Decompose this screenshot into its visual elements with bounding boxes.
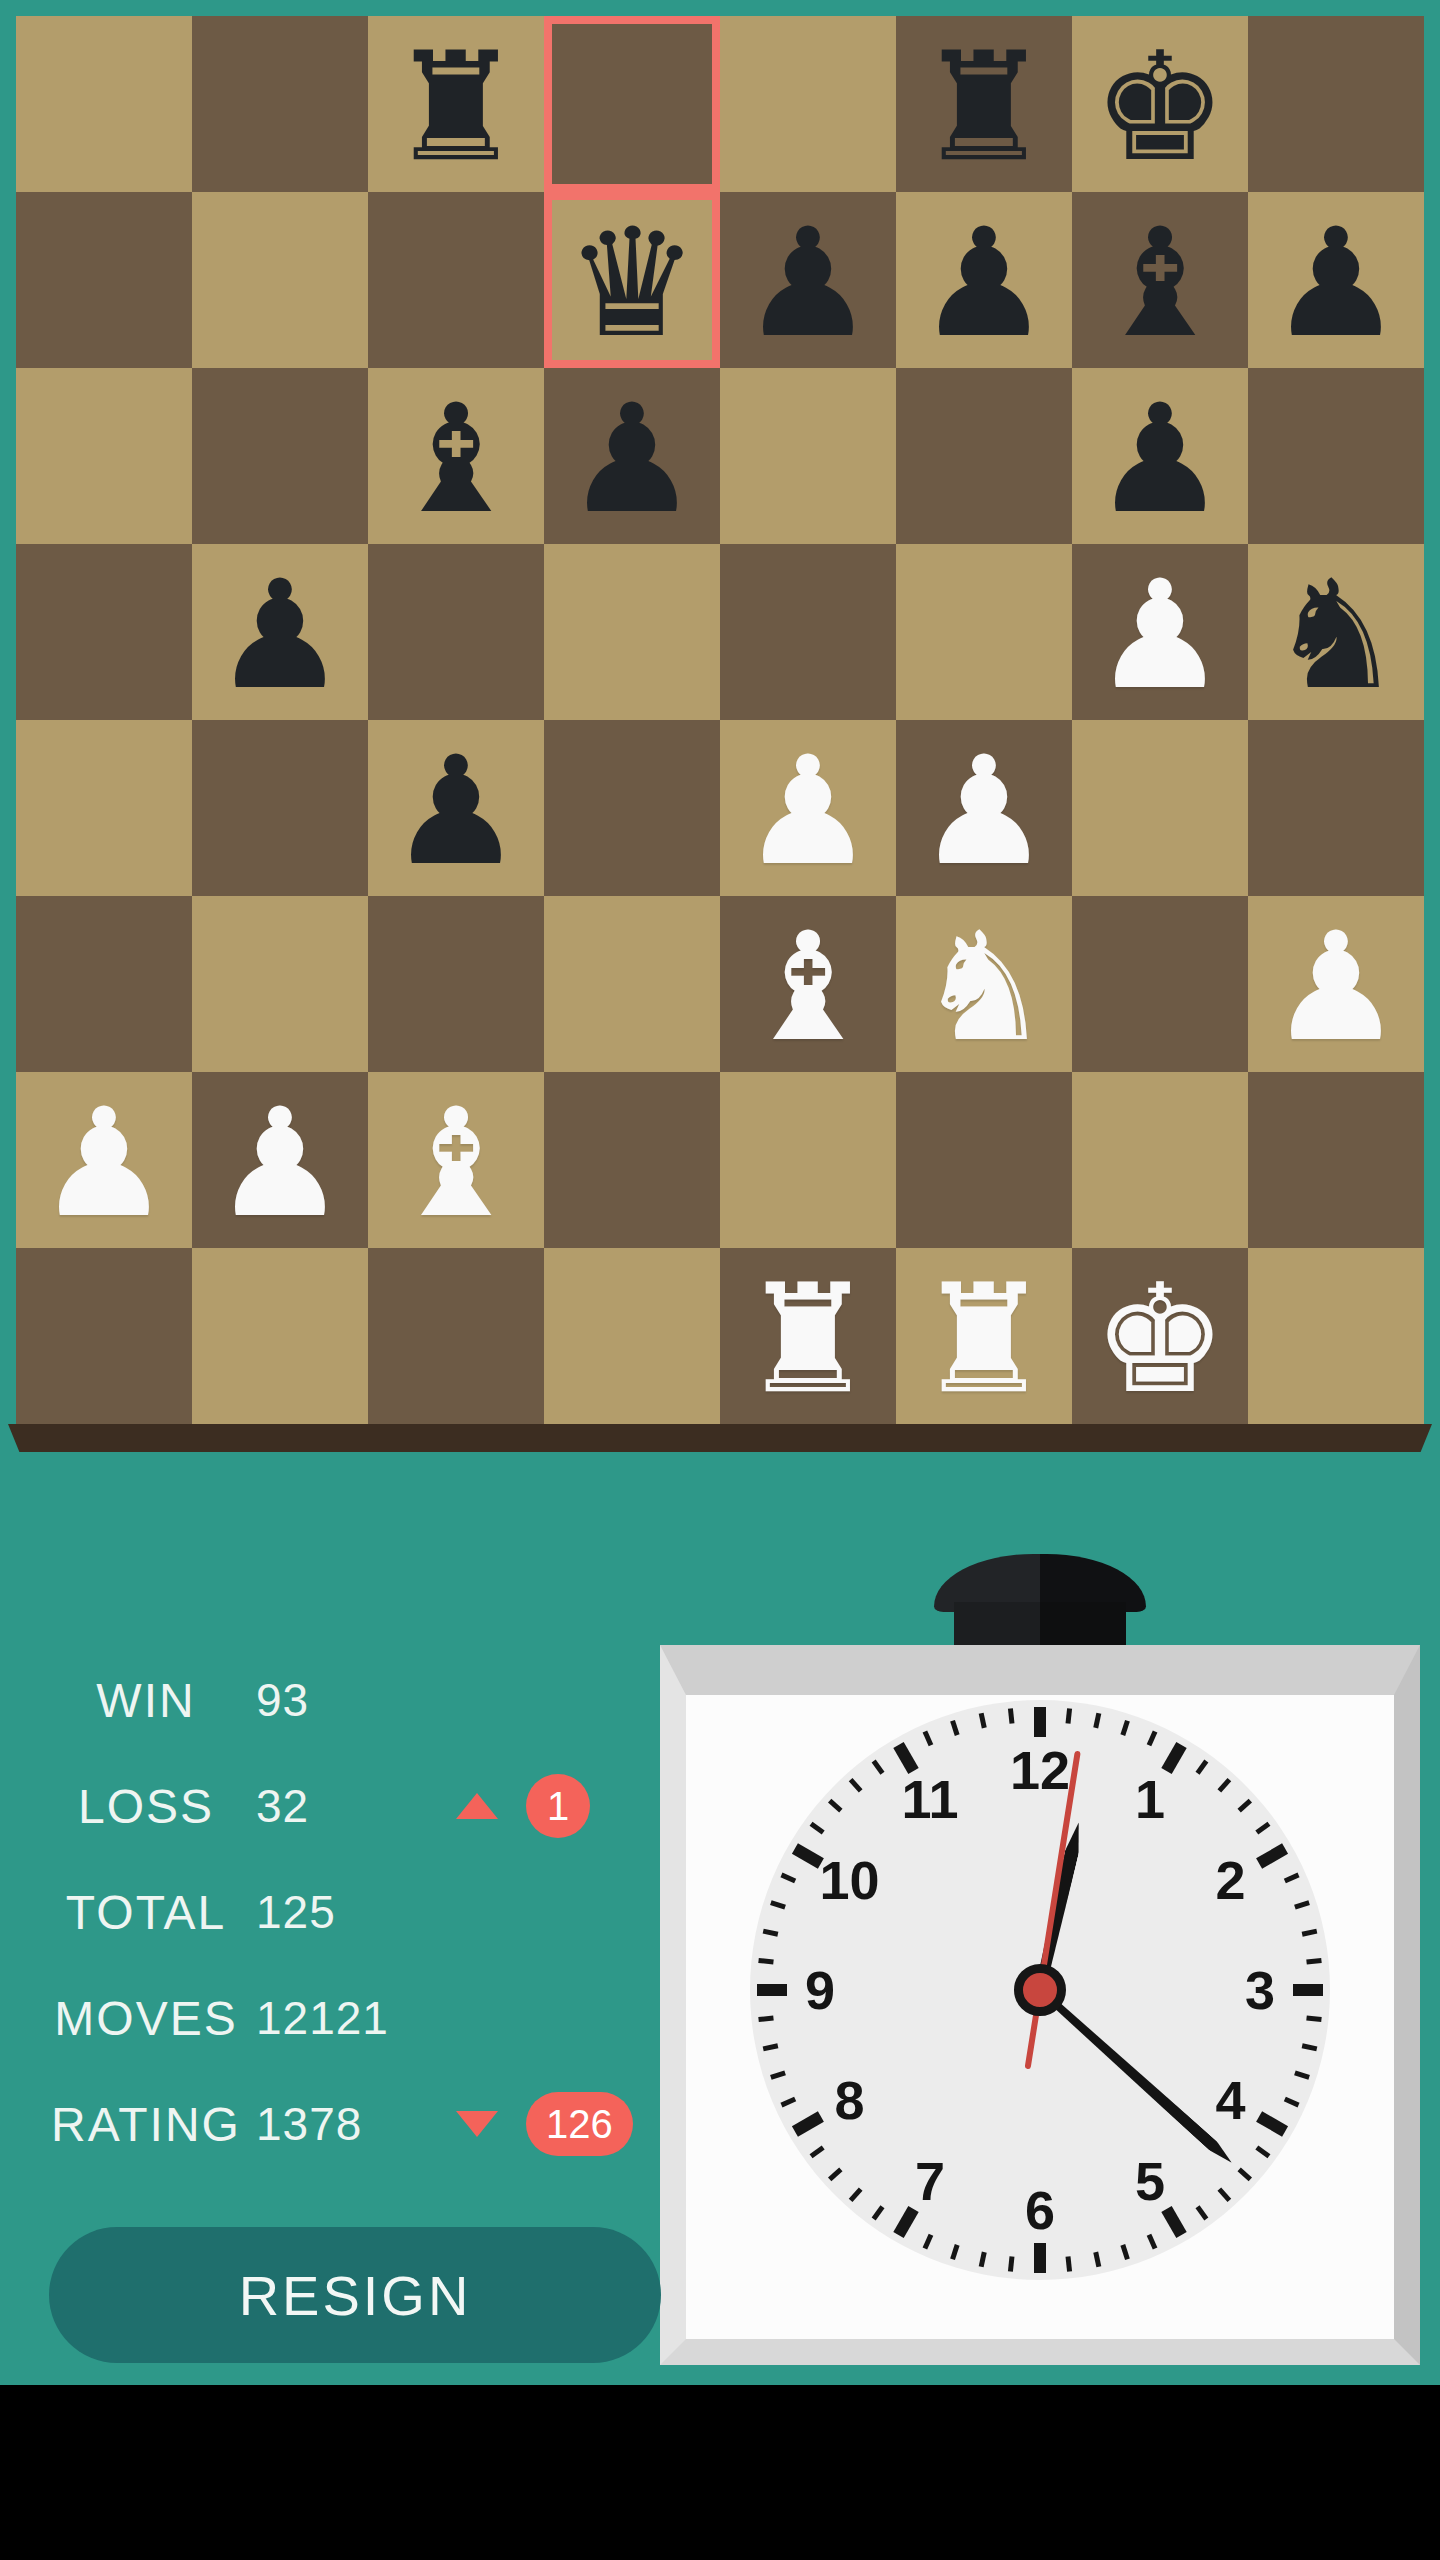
chess-clock: 121234567891011 (660, 1645, 1420, 2365)
trend-up-icon (456, 1793, 498, 1819)
minute-tick (1196, 2205, 1209, 2220)
piece-black-pawn: ♟ (720, 192, 896, 368)
piece-black-pawn: ♟ (544, 368, 720, 544)
square-h6[interactable] (1248, 368, 1424, 544)
chess-app: ♜♜♚♛♟♟♝♟♝♟♟♟♟♞♟♟♟♝♞♟♟♟♝♜♜♚ WIN93LOSS321T… (0, 0, 1440, 2560)
minute-tick (770, 1900, 786, 1909)
square-e5[interactable] (720, 544, 896, 720)
square-b4[interactable] (192, 720, 368, 896)
hour-tick (757, 1984, 787, 1996)
clock-numeral-6: 6 (1005, 2180, 1075, 2240)
minute-tick (780, 2097, 796, 2108)
square-b1[interactable] (192, 1248, 368, 1424)
square-g1[interactable]: ♚ (1072, 1248, 1248, 1424)
clock-button-stem (954, 1602, 1126, 1648)
minute-tick (923, 1730, 934, 1746)
trend-down-icon (456, 2111, 498, 2137)
minute-tick (1147, 2234, 1158, 2250)
piece-black-pawn: ♟ (368, 720, 544, 896)
square-h7[interactable]: ♟ (1248, 192, 1424, 368)
piece-white-bishop: ♝ (720, 896, 896, 1072)
minute-tick (828, 2167, 842, 2181)
stat-value: 93 (256, 1673, 446, 1727)
square-g5[interactable]: ♟ (1072, 544, 1248, 720)
minute-tick (1008, 2256, 1015, 2271)
hour-tick (1161, 2206, 1186, 2238)
piece-white-pawn: ♟ (16, 1072, 192, 1248)
piece-white-rook: ♜ (720, 1248, 896, 1424)
square-e4[interactable]: ♟ (720, 720, 896, 896)
piece-black-pawn: ♟ (896, 192, 1072, 368)
square-c2[interactable]: ♝ (368, 1072, 544, 1248)
hour-tick (1034, 1707, 1046, 1737)
minute-tick (1302, 1929, 1318, 1937)
piece-black-pawn: ♟ (1072, 368, 1248, 544)
minute-tick (758, 1958, 773, 1965)
square-f4[interactable]: ♟ (896, 720, 1072, 896)
minute-tick (1302, 2043, 1318, 2051)
stat-value: 1378 (256, 2097, 446, 2151)
square-a1[interactable] (16, 1248, 192, 1424)
square-h4[interactable] (1248, 720, 1424, 896)
piece-white-king: ♚ (1072, 1248, 1248, 1424)
square-f1[interactable]: ♜ (896, 1248, 1072, 1424)
minute-tick (979, 1713, 987, 1729)
minute-tick (979, 2252, 987, 2268)
minute-tick (1066, 1708, 1073, 1723)
stat-badge: 126 (526, 2092, 633, 2156)
square-a2[interactable]: ♟ (16, 1072, 192, 1248)
clock-numeral-2: 2 (1196, 1850, 1266, 1910)
square-f2[interactable] (896, 1072, 1072, 1248)
square-a7[interactable] (16, 192, 192, 368)
board-base-edge (8, 1424, 1432, 1452)
square-c5[interactable] (368, 544, 544, 720)
minute-tick (872, 2205, 885, 2220)
square-g7[interactable]: ♝ (1072, 192, 1248, 368)
square-c8[interactable]: ♜ (368, 16, 544, 192)
square-f3[interactable]: ♞ (896, 896, 1072, 1072)
square-c7[interactable] (368, 192, 544, 368)
stat-label: TOTAL (40, 1885, 252, 1940)
square-e2[interactable] (720, 1072, 896, 1248)
minute-tick (1120, 2244, 1129, 2260)
clock-face: 121234567891011 (750, 1700, 1330, 2280)
minute-tick (763, 2043, 779, 2051)
minute-tick (1008, 1708, 1015, 1723)
piece-white-pawn: ♟ (192, 1072, 368, 1248)
minute-tick (810, 2146, 825, 2159)
minute-tick (923, 2234, 934, 2250)
square-g8[interactable]: ♚ (1072, 16, 1248, 192)
minute-tick (1147, 1730, 1158, 1746)
square-b2[interactable]: ♟ (192, 1072, 368, 1248)
stat-badge: 1 (526, 1774, 590, 1838)
square-f7[interactable]: ♟ (896, 192, 1072, 368)
minute-tick (1284, 1873, 1300, 1884)
piece-white-bishop: ♝ (368, 1072, 544, 1248)
square-a8[interactable] (16, 16, 192, 192)
piece-black-knight: ♞ (1248, 544, 1424, 720)
square-f5[interactable] (896, 544, 1072, 720)
piece-black-king: ♚ (1072, 16, 1248, 192)
square-h3[interactable]: ♟ (1248, 896, 1424, 1072)
square-a5[interactable] (16, 544, 192, 720)
stat-row-loss: LOSS321 (40, 1753, 660, 1859)
minute-tick (763, 1929, 779, 1937)
minute-tick (849, 2187, 863, 2201)
piece-white-knight: ♞ (896, 896, 1072, 1072)
piece-white-rook: ♜ (896, 1248, 1072, 1424)
minute-tick (1237, 2167, 1251, 2181)
stat-label: WIN (40, 1673, 252, 1728)
piece-white-pawn: ♟ (1072, 544, 1248, 720)
minute-tick (828, 1799, 842, 1813)
square-h2[interactable] (1248, 1072, 1424, 1248)
stats-panel: WIN93LOSS321TOTAL125MOVES12121RATING1378… (40, 1647, 660, 2177)
clock-numeral-1: 1 (1115, 1769, 1185, 1829)
stat-value: 32 (256, 1779, 446, 1833)
clock-center-cap (1014, 1964, 1066, 2016)
minute-tick (1066, 2256, 1073, 2271)
clock-numeral-10: 10 (814, 1850, 884, 1910)
minute-tick (1294, 2070, 1310, 2079)
piece-black-bishop: ♝ (1072, 192, 1248, 368)
piece-black-pawn: ♟ (192, 544, 368, 720)
square-b6[interactable] (192, 368, 368, 544)
stat-row-moves: MOVES12121 (40, 1965, 660, 2071)
minute-tick (1217, 2187, 1231, 2201)
piece-black-bishop: ♝ (368, 368, 544, 544)
minute-tick (758, 2016, 773, 2023)
minute-tick (770, 2070, 786, 2079)
hour-tick (1293, 1984, 1323, 1996)
square-b5[interactable]: ♟ (192, 544, 368, 720)
square-d3[interactable] (544, 896, 720, 1072)
clock-numeral-8: 8 (814, 2070, 884, 2130)
square-f6[interactable] (896, 368, 1072, 544)
square-d8[interactable] (544, 16, 720, 192)
minute-tick (780, 1873, 796, 1884)
minute-tick (1294, 1900, 1310, 1909)
square-b7[interactable] (192, 192, 368, 368)
square-e8[interactable] (720, 16, 896, 192)
square-f8[interactable]: ♜ (896, 16, 1072, 192)
minute-tick (950, 2244, 959, 2260)
square-h5[interactable]: ♞ (1248, 544, 1424, 720)
square-d4[interactable] (544, 720, 720, 896)
square-d2[interactable] (544, 1072, 720, 1248)
square-g6[interactable]: ♟ (1072, 368, 1248, 544)
minute-tick (810, 1822, 825, 1835)
piece-white-pawn: ♟ (896, 720, 1072, 896)
stat-label: MOVES (40, 1991, 252, 2046)
square-a4[interactable] (16, 720, 192, 896)
minute-tick (1196, 1760, 1209, 1775)
square-a6[interactable] (16, 368, 192, 544)
minute-tick (1237, 1799, 1251, 1813)
bottom-bar (0, 2385, 1440, 2560)
minute-tick (1093, 2252, 1101, 2268)
square-d1[interactable] (544, 1248, 720, 1424)
square-c3[interactable] (368, 896, 544, 1072)
square-b3[interactable] (192, 896, 368, 1072)
minute-tick (1306, 1958, 1321, 1965)
square-d5[interactable] (544, 544, 720, 720)
minute-tick (1306, 2016, 1321, 2023)
minute-tick (872, 1760, 885, 1775)
clock-numeral-4: 4 (1196, 2070, 1266, 2130)
clock-numeral-7: 7 (895, 2151, 965, 2211)
piece-black-rook: ♜ (896, 16, 1072, 192)
minute-tick (1093, 1713, 1101, 1729)
minute-tick (1120, 1720, 1129, 1736)
chess-board: ♜♜♚♛♟♟♝♟♝♟♟♟♟♞♟♟♟♝♞♟♟♟♝♜♜♚ (16, 16, 1424, 1424)
stat-value: 12121 (256, 1991, 446, 2045)
square-g2[interactable] (1072, 1072, 1248, 1248)
resign-button[interactable]: RESIGN (49, 2227, 661, 2363)
piece-white-pawn: ♟ (1248, 896, 1424, 1072)
clock-numeral-3: 3 (1225, 1960, 1295, 2020)
square-h1[interactable] (1248, 1248, 1424, 1424)
minute-tick (1284, 2097, 1300, 2108)
minute-tick (950, 1720, 959, 1736)
minute-tick (1255, 1822, 1270, 1835)
stat-label: LOSS (40, 1779, 252, 1834)
clock-numeral-5: 5 (1115, 2151, 1185, 2211)
stat-row-win: WIN93 (40, 1647, 660, 1753)
square-e7[interactable]: ♟ (720, 192, 896, 368)
square-c6[interactable]: ♝ (368, 368, 544, 544)
square-g4[interactable] (1072, 720, 1248, 896)
clock-numeral-11: 11 (895, 1769, 965, 1829)
minute-tick (1255, 2146, 1270, 2159)
square-h8[interactable] (1248, 16, 1424, 192)
square-e1[interactable]: ♜ (720, 1248, 896, 1424)
clock-numeral-12: 12 (1005, 1740, 1075, 1800)
hour-tick (1034, 2243, 1046, 2273)
square-e6[interactable] (720, 368, 896, 544)
piece-black-pawn: ♟ (1248, 192, 1424, 368)
square-g3[interactable] (1072, 896, 1248, 1072)
stat-value: 125 (256, 1885, 446, 1939)
stat-label: RATING (40, 2097, 252, 2152)
square-d7[interactable]: ♛ (544, 192, 720, 368)
square-b8[interactable] (192, 16, 368, 192)
stat-row-total: TOTAL125 (40, 1859, 660, 1965)
clock-numeral-9: 9 (785, 1960, 855, 2020)
square-c1[interactable] (368, 1248, 544, 1424)
square-e3[interactable]: ♝ (720, 896, 896, 1072)
square-a3[interactable] (16, 896, 192, 1072)
stat-row-rating: RATING1378126 (40, 2071, 660, 2177)
minute-tick (849, 1778, 863, 1792)
piece-black-rook: ♜ (368, 16, 544, 192)
square-d6[interactable]: ♟ (544, 368, 720, 544)
piece-black-queen: ♛ (544, 192, 720, 368)
square-c4[interactable]: ♟ (368, 720, 544, 896)
minute-tick (1217, 1778, 1231, 1792)
piece-white-pawn: ♟ (720, 720, 896, 896)
